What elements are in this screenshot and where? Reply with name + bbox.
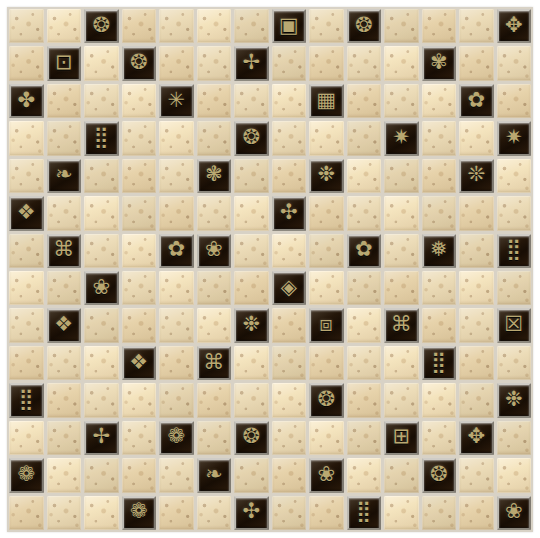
stone-tile (84, 383, 119, 417)
stone-tile (9, 308, 44, 342)
sunburst-dial-medallion-icon: ❂ (130, 52, 148, 73)
stone-tile (347, 46, 382, 80)
stone-tile (272, 496, 307, 530)
stone-tile (422, 383, 457, 417)
square-in-square-icon: ⊞ (392, 426, 410, 447)
decor-tile-sunburst-dial-medallion: ❂ (309, 383, 344, 417)
product-photo-canvas: ❂▣❂✥⊡❂✢✾✤✳▦✿⣿❂✷✷❧❃❉❊❖✣⌘✿❀✿❅⣿❀◈❖❉⧈⌘☒❖⌘⣿⣿❂… (0, 0, 540, 538)
pinwheel-swirl-flower-icon: ❉ (242, 314, 260, 335)
stone-tile (422, 196, 457, 230)
stone-tile (347, 308, 382, 342)
stone-tile (497, 84, 532, 118)
pinwheel-swirl-flower-icon: ❉ (317, 164, 335, 185)
stone-tile (497, 271, 532, 305)
quatrefoil-in-square-icon: ✣ (242, 501, 260, 522)
stone-tile (272, 308, 307, 342)
stone-tile (234, 271, 269, 305)
stone-tile (347, 458, 382, 492)
celtic-knot-icon: ⌘ (203, 352, 224, 373)
stone-tile (9, 234, 44, 268)
stone-tile (384, 383, 419, 417)
stone-tile (197, 196, 232, 230)
decor-tile-square-in-square: ⊞ (384, 421, 419, 455)
decor-tile-rosette-flower: ✿ (347, 234, 382, 268)
stone-tile (47, 496, 82, 530)
stone-tile (159, 271, 194, 305)
rose-medallion-icon: ❁ (167, 426, 185, 447)
stone-tile (47, 9, 82, 43)
stone-tile (309, 496, 344, 530)
decor-tile-fleur-cross-ornament: ✢ (84, 421, 119, 455)
stone-tile (422, 121, 457, 155)
stone-tile (9, 121, 44, 155)
stone-tile (459, 9, 494, 43)
stone-tile (122, 234, 157, 268)
stone-tile (47, 383, 82, 417)
stone-tile (9, 421, 44, 455)
decor-tile-framed-figure-medallion: ▣ (272, 9, 307, 43)
fleur-cross-ornament-icon: ✢ (242, 52, 260, 73)
stone-tile (422, 496, 457, 530)
star-snowflake-ornament-icon: ✳ (167, 90, 185, 111)
stone-tile (9, 46, 44, 80)
stone-tile (234, 234, 269, 268)
stone-tile (272, 159, 307, 193)
stone-tile (47, 346, 82, 380)
stone-tile (347, 121, 382, 155)
stone-tile (497, 159, 532, 193)
stone-tile (422, 271, 457, 305)
decor-tile-rosette-flower: ✿ (459, 84, 494, 118)
fleur-cross-ornament-icon: ✢ (92, 426, 110, 447)
sunburst-dial-medallion-icon: ❂ (430, 464, 448, 485)
carved-leaf-flourish-icon: ❧ (205, 464, 223, 485)
stone-tile (459, 271, 494, 305)
stone-tile (47, 196, 82, 230)
sunburst-dial-medallion-icon: ❂ (355, 15, 373, 36)
decor-tile-rose-medallion: ❁ (122, 496, 157, 530)
stone-tile (459, 458, 494, 492)
decor-tile-diamond-in-circle-medallion: ✥ (459, 421, 494, 455)
stone-tile (309, 421, 344, 455)
decor-tile-celtic-diamond-knot: ❖ (122, 346, 157, 380)
stone-tile (84, 346, 119, 380)
eight-petal-daisy-icon: ❀ (205, 239, 223, 260)
quad-swirl-ornament-icon: ✤ (17, 90, 35, 111)
stone-tile (234, 196, 269, 230)
decor-tile-square-frame-knot: ⧈ (309, 308, 344, 342)
stone-tile (197, 9, 232, 43)
stone-tile (122, 121, 157, 155)
swirl-sun-icon: ❊ (467, 164, 485, 185)
stone-tile (122, 159, 157, 193)
stone-tile (9, 346, 44, 380)
stone-tile (497, 421, 532, 455)
stone-tile (197, 271, 232, 305)
decor-tile-carved-leaf-flourish: ❧ (197, 458, 232, 492)
dot-grid-3x3-icon: ⣿ (356, 501, 371, 522)
stone-tile (122, 458, 157, 492)
decor-tile-sunburst-dial-medallion: ❂ (234, 121, 269, 155)
stone-tile (84, 496, 119, 530)
stone-tile (159, 121, 194, 155)
stone-tile (272, 84, 307, 118)
decor-tile-celtic-diamond-knot: ❖ (47, 308, 82, 342)
decor-tile-fleur-cross-ornament: ✢ (234, 46, 269, 80)
decor-tile-diamond-in-circle-medallion: ✥ (497, 9, 532, 43)
decor-tile-sunburst-dial-medallion: ❂ (422, 458, 457, 492)
stone-tile (197, 496, 232, 530)
decor-tile-rose-medallion: ❁ (9, 458, 44, 492)
stone-tile (9, 159, 44, 193)
coat-of-arms-medallion-icon: ◈ (281, 277, 297, 298)
stone-tile (272, 46, 307, 80)
stone-tile (422, 84, 457, 118)
stone-tile (197, 383, 232, 417)
stone-tile (122, 308, 157, 342)
celtic-knot-icon: ⌘ (391, 314, 412, 335)
stone-tile (497, 196, 532, 230)
stone-tile (122, 271, 157, 305)
decor-tile-compass-star: ✷ (497, 121, 532, 155)
stone-tile (47, 84, 82, 118)
stone-tile (384, 458, 419, 492)
stone-tile (347, 84, 382, 118)
stone-tile (459, 121, 494, 155)
stone-tile (459, 308, 494, 342)
pinwheel-swirl-flower-icon: ❉ (505, 389, 523, 410)
stone-tile (197, 421, 232, 455)
decor-tile-coat-of-arms-medallion: ◈ (272, 271, 307, 305)
celtic-knot-icon: ⌘ (53, 239, 74, 260)
stone-tile (459, 196, 494, 230)
stone-tile (309, 9, 344, 43)
decor-tile-sunburst-dial-medallion: ❂ (347, 9, 382, 43)
stone-tile (159, 159, 194, 193)
stone-tile (384, 234, 419, 268)
stone-tile (122, 196, 157, 230)
flower-medallion-icon: ❃ (205, 164, 223, 185)
stone-tile (9, 271, 44, 305)
stone-tile (497, 346, 532, 380)
stone-tile (422, 308, 457, 342)
stone-tile (197, 84, 232, 118)
stone-tile (84, 196, 119, 230)
decor-tile-lattice-grid-ornament: ▦ (309, 84, 344, 118)
stone-tile (309, 46, 344, 80)
decor-tile-eight-petal-daisy: ❀ (84, 271, 119, 305)
decor-tile-celtic-diamond-knot: ❖ (9, 196, 44, 230)
diamond-x-in-square-icon: ☒ (504, 314, 523, 335)
stone-tile (272, 383, 307, 417)
square-frame-knot-icon: ⧈ (320, 314, 333, 335)
stone-tile (234, 346, 269, 380)
stone-tile (122, 421, 157, 455)
rosette-flower-icon: ✿ (355, 239, 373, 260)
diamond-in-circle-medallion-icon: ✥ (505, 15, 523, 36)
four-petal-flower-icon: ✾ (430, 52, 448, 73)
celtic-diamond-knot-icon: ❖ (54, 314, 73, 335)
stone-tile (47, 421, 82, 455)
stone-tile (84, 234, 119, 268)
compass-star-icon: ✷ (392, 127, 410, 148)
decor-tile-sunburst-dial-medallion: ❂ (122, 46, 157, 80)
decor-tile-stepped-square-medallion: ⊡ (47, 46, 82, 80)
decor-tile-celtic-knot: ⌘ (384, 308, 419, 342)
stone-tile (459, 234, 494, 268)
sunburst-dial-medallion-icon: ❂ (242, 426, 260, 447)
eight-petal-daisy-icon: ❀ (92, 277, 110, 298)
stone-tile (234, 458, 269, 492)
stone-tile (272, 121, 307, 155)
dot-grid-3x3-icon: ⣿ (506, 239, 521, 260)
stone-tile (384, 46, 419, 80)
stone-tile (309, 196, 344, 230)
stone-tile (422, 421, 457, 455)
stone-tile (159, 496, 194, 530)
decor-tile-pinwheel-swirl-flower: ❉ (309, 159, 344, 193)
framed-figure-medallion-icon: ▣ (279, 15, 299, 36)
stone-tile (347, 383, 382, 417)
decor-tile-rosette-flower: ✿ (159, 234, 194, 268)
stone-tile (309, 121, 344, 155)
rosette-flower-icon: ✿ (167, 239, 185, 260)
stone-tile (272, 234, 307, 268)
diamond-in-circle-medallion-icon: ✥ (467, 426, 485, 447)
stone-tile (347, 346, 382, 380)
celtic-diamond-knot-icon: ❖ (129, 352, 148, 373)
stone-tile (159, 196, 194, 230)
stone-tile (47, 271, 82, 305)
decor-tile-quatrefoil-in-square: ✣ (272, 196, 307, 230)
decor-tile-flower-medallion: ❃ (197, 159, 232, 193)
stone-tile (122, 84, 157, 118)
stone-tile (384, 159, 419, 193)
compass-star-icon: ✷ (505, 127, 523, 148)
stepped-square-medallion-icon: ⊡ (55, 52, 73, 73)
stone-tile (47, 458, 82, 492)
dot-grid-3x3-icon: ⣿ (431, 352, 446, 373)
lattice-grid-ornament-icon: ▦ (316, 90, 336, 111)
decor-tile-star-snowflake-ornament: ✳ (159, 84, 194, 118)
stone-tile (384, 496, 419, 530)
stone-tile (159, 46, 194, 80)
stone-tile (84, 84, 119, 118)
stone-tile (84, 159, 119, 193)
stone-tile (384, 9, 419, 43)
stone-tile (197, 308, 232, 342)
decor-tile-compass-star: ✷ (384, 121, 419, 155)
decor-tile-celtic-knot: ⌘ (197, 346, 232, 380)
stone-tile (122, 9, 157, 43)
stone-tile (9, 9, 44, 43)
dot-grid-3x3-icon: ⣿ (19, 389, 34, 410)
stone-tile (347, 421, 382, 455)
stone-tile (159, 346, 194, 380)
stone-tile (122, 383, 157, 417)
decor-tile-eight-petal-daisy: ❀ (309, 458, 344, 492)
decor-tile-carved-leaf-flourish: ❧ (47, 159, 82, 193)
snowflake-lattice-icon: ❅ (430, 239, 448, 260)
stone-tile (422, 9, 457, 43)
stone-tile (459, 383, 494, 417)
decor-tile-dot-grid-3x3: ⣿ (497, 234, 532, 268)
stone-tile (497, 458, 532, 492)
stone-tile (459, 46, 494, 80)
sunburst-dial-medallion-icon: ❂ (317, 389, 335, 410)
stone-tile (159, 9, 194, 43)
stone-tile (459, 346, 494, 380)
decor-tile-celtic-knot: ⌘ (47, 234, 82, 268)
decor-tile-dot-grid-3x3: ⣿ (422, 346, 457, 380)
decor-tile-dot-grid-3x3: ⣿ (9, 383, 44, 417)
decor-tile-dot-grid-3x3: ⣿ (347, 496, 382, 530)
stone-tile (272, 458, 307, 492)
decor-tile-dot-grid-3x3: ⣿ (84, 121, 119, 155)
decor-tile-swirl-sun: ❊ (459, 159, 494, 193)
stone-tile (384, 271, 419, 305)
stone-tile (234, 383, 269, 417)
stone-tile (159, 458, 194, 492)
stone-tile (497, 46, 532, 80)
stone-tile (159, 383, 194, 417)
dot-grid-3x3-icon: ⣿ (94, 127, 109, 148)
stone-tile (84, 458, 119, 492)
decor-tile-eight-petal-daisy: ❀ (497, 496, 532, 530)
stone-tile (197, 46, 232, 80)
stone-tile (272, 346, 307, 380)
eight-petal-daisy-icon: ❀ (505, 501, 523, 522)
stone-tile (84, 46, 119, 80)
mosaic-sheet: ❂▣❂✥⊡❂✢✾✤✳▦✿⣿❂✷✷❧❃❉❊❖✣⌘✿❀✿❅⣿❀◈❖❉⧈⌘☒❖⌘⣿⣿❂… (7, 7, 533, 532)
decor-tile-diamond-x-in-square: ☒ (497, 308, 532, 342)
decor-tile-four-petal-flower: ✾ (422, 46, 457, 80)
stone-tile (384, 346, 419, 380)
stone-tile (309, 346, 344, 380)
sunburst-dial-medallion-icon: ❂ (242, 127, 260, 148)
decor-tile-sunburst-dial-medallion: ❂ (84, 9, 119, 43)
decor-tile-pinwheel-swirl-flower: ❉ (234, 308, 269, 342)
stone-tile (234, 9, 269, 43)
sunburst-dial-medallion-icon: ❂ (92, 15, 110, 36)
decor-tile-pinwheel-swirl-flower: ❉ (497, 383, 532, 417)
decor-tile-quad-swirl-ornament: ✤ (9, 84, 44, 118)
rosette-flower-icon: ✿ (467, 90, 485, 111)
stone-tile (347, 159, 382, 193)
stone-tile (234, 84, 269, 118)
stone-tile (384, 196, 419, 230)
stone-tile (159, 308, 194, 342)
stone-tile (459, 496, 494, 530)
decor-tile-rose-medallion: ❁ (159, 421, 194, 455)
stone-tile (9, 496, 44, 530)
stone-tile (384, 84, 419, 118)
decor-tile-eight-petal-daisy: ❀ (197, 234, 232, 268)
stone-tile (422, 159, 457, 193)
decor-tile-sunburst-dial-medallion: ❂ (234, 421, 269, 455)
quatrefoil-in-square-icon: ✣ (280, 202, 298, 223)
rose-medallion-icon: ❁ (17, 464, 35, 485)
tile-grid: ❂▣❂✥⊡❂✢✾✤✳▦✿⣿❂✷✷❧❃❉❊❖✣⌘✿❀✿❅⣿❀◈❖❉⧈⌘☒❖⌘⣿⣿❂… (7, 7, 533, 532)
stone-tile (234, 159, 269, 193)
decor-tile-quatrefoil-in-square: ✣ (234, 496, 269, 530)
stone-tile (309, 271, 344, 305)
rose-medallion-icon: ❁ (130, 501, 148, 522)
stone-tile (84, 308, 119, 342)
stone-tile (47, 121, 82, 155)
stone-tile (347, 271, 382, 305)
stone-tile (197, 121, 232, 155)
celtic-diamond-knot-icon: ❖ (17, 202, 36, 223)
stone-tile (347, 196, 382, 230)
decor-tile-snowflake-lattice: ❅ (422, 234, 457, 268)
eight-petal-daisy-icon: ❀ (317, 464, 335, 485)
stone-tile (309, 234, 344, 268)
stone-tile (272, 421, 307, 455)
carved-leaf-flourish-icon: ❧ (55, 164, 73, 185)
